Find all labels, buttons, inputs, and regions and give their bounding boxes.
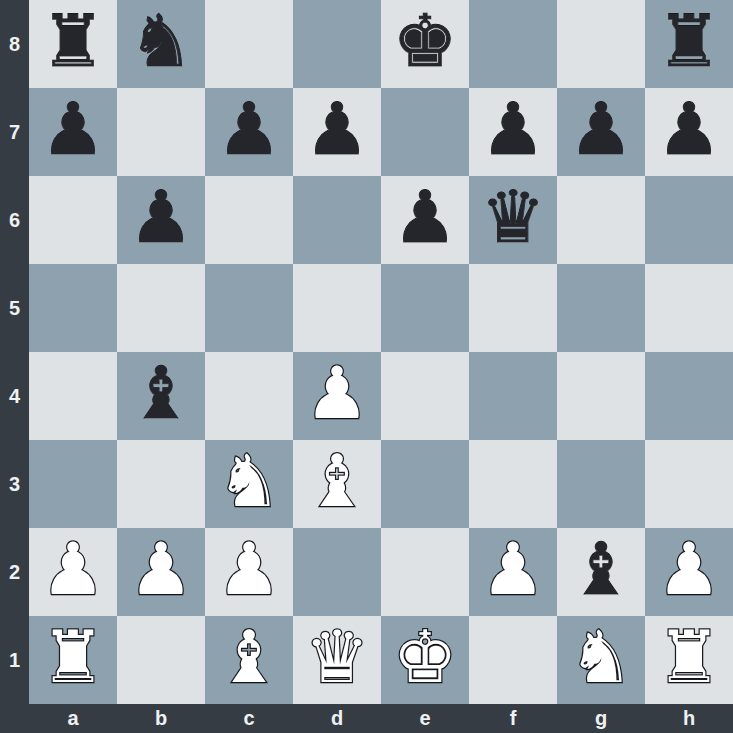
rank-label-7: 7: [0, 88, 29, 176]
piece-white-rook-h1[interactable]: ♜: [657, 621, 722, 693]
square-b1[interactable]: [117, 616, 205, 704]
square-e2[interactable]: [381, 528, 469, 616]
square-d6[interactable]: [293, 176, 381, 264]
piece-black-pawn-a7[interactable]: ♟: [41, 93, 106, 165]
piece-white-knight-c3[interactable]: ♞: [217, 445, 282, 517]
square-f7[interactable]: ♟: [469, 88, 557, 176]
piece-black-pawn-e6[interactable]: ♟: [393, 181, 458, 253]
piece-black-pawn-g7[interactable]: ♟: [569, 93, 634, 165]
piece-white-bishop-c1[interactable]: ♝: [217, 621, 282, 693]
piece-white-queen-d1[interactable]: ♛: [305, 621, 370, 693]
square-c6[interactable]: [205, 176, 293, 264]
square-f3[interactable]: [469, 440, 557, 528]
square-b4[interactable]: ♝: [117, 352, 205, 440]
file-labels: a b c d e f g h: [29, 704, 733, 733]
square-d1[interactable]: ♛: [293, 616, 381, 704]
piece-white-pawn-f2[interactable]: ♟: [481, 533, 546, 605]
square-e1[interactable]: ♚: [381, 616, 469, 704]
square-f1[interactable]: [469, 616, 557, 704]
rank-label-4: 4: [0, 352, 29, 440]
square-a3[interactable]: [29, 440, 117, 528]
file-label-d: d: [293, 704, 381, 733]
rank-labels: 8 7 6 5 4 3 2 1: [0, 0, 29, 704]
rank-label-8: 8: [0, 0, 29, 88]
square-a6[interactable]: [29, 176, 117, 264]
square-g7[interactable]: ♟: [557, 88, 645, 176]
piece-white-king-e1[interactable]: ♚: [393, 621, 458, 693]
file-label-a: a: [29, 704, 117, 733]
piece-white-pawn-b2[interactable]: ♟: [129, 533, 194, 605]
square-f5[interactable]: [469, 264, 557, 352]
square-c2[interactable]: ♟: [205, 528, 293, 616]
piece-white-pawn-c2[interactable]: ♟: [217, 533, 282, 605]
square-d4[interactable]: ♟: [293, 352, 381, 440]
square-d2[interactable]: [293, 528, 381, 616]
square-c3[interactable]: ♞: [205, 440, 293, 528]
board-corner: [0, 704, 29, 733]
square-h6[interactable]: [645, 176, 733, 264]
rank-label-1: 1: [0, 616, 29, 704]
piece-black-bishop-b4[interactable]: ♝: [129, 357, 194, 429]
square-e5[interactable]: [381, 264, 469, 352]
piece-white-pawn-h2[interactable]: ♟: [657, 533, 722, 605]
square-d5[interactable]: [293, 264, 381, 352]
square-c4[interactable]: [205, 352, 293, 440]
square-b2[interactable]: ♟: [117, 528, 205, 616]
square-b7[interactable]: [117, 88, 205, 176]
square-e8[interactable]: ♚: [381, 0, 469, 88]
square-b5[interactable]: [117, 264, 205, 352]
file-label-c: c: [205, 704, 293, 733]
piece-black-rook-a8[interactable]: ♜: [41, 5, 106, 77]
square-h4[interactable]: [645, 352, 733, 440]
square-c8[interactable]: [205, 0, 293, 88]
piece-white-bishop-d3[interactable]: ♝: [305, 445, 370, 517]
square-c1[interactable]: ♝: [205, 616, 293, 704]
piece-black-pawn-b6[interactable]: ♟: [129, 181, 194, 253]
piece-black-pawn-h7[interactable]: ♟: [657, 93, 722, 165]
square-e4[interactable]: [381, 352, 469, 440]
square-f6[interactable]: ♛: [469, 176, 557, 264]
square-h1[interactable]: ♜: [645, 616, 733, 704]
square-f8[interactable]: [469, 0, 557, 88]
piece-black-king-e8[interactable]: ♚: [393, 5, 458, 77]
chess-board: ♜♞♚♜♟♟♟♟♟♟♟♟♛♝♟♞♝♟♟♟♟♝♟♜♝♛♚♞♜: [29, 0, 733, 704]
square-h5[interactable]: [645, 264, 733, 352]
square-d8[interactable]: [293, 0, 381, 88]
piece-white-knight-g1[interactable]: ♞: [569, 621, 634, 693]
file-label-g: g: [557, 704, 645, 733]
square-g4[interactable]: [557, 352, 645, 440]
square-b8[interactable]: ♞: [117, 0, 205, 88]
square-f4[interactable]: [469, 352, 557, 440]
square-h3[interactable]: [645, 440, 733, 528]
rank-label-3: 3: [0, 440, 29, 528]
square-e3[interactable]: [381, 440, 469, 528]
piece-black-rook-h8[interactable]: ♜: [657, 5, 722, 77]
square-e6[interactable]: ♟: [381, 176, 469, 264]
square-g5[interactable]: [557, 264, 645, 352]
square-a8[interactable]: ♜: [29, 0, 117, 88]
square-g6[interactable]: [557, 176, 645, 264]
square-d3[interactable]: ♝: [293, 440, 381, 528]
piece-black-pawn-c7[interactable]: ♟: [217, 93, 282, 165]
square-a4[interactable]: [29, 352, 117, 440]
rank-label-6: 6: [0, 176, 29, 264]
file-label-b: b: [117, 704, 205, 733]
square-g2[interactable]: ♝: [557, 528, 645, 616]
square-c5[interactable]: [205, 264, 293, 352]
square-h7[interactable]: ♟: [645, 88, 733, 176]
square-f2[interactable]: ♟: [469, 528, 557, 616]
piece-black-bishop-g2[interactable]: ♝: [569, 533, 634, 605]
square-g8[interactable]: [557, 0, 645, 88]
square-a5[interactable]: [29, 264, 117, 352]
piece-black-queen-f6[interactable]: ♛: [481, 181, 546, 253]
square-c7[interactable]: ♟: [205, 88, 293, 176]
piece-white-pawn-a2[interactable]: ♟: [41, 533, 106, 605]
piece-white-pawn-d4[interactable]: ♟: [305, 357, 370, 429]
piece-black-knight-b8[interactable]: ♞: [129, 5, 194, 77]
rank-label-2: 2: [0, 528, 29, 616]
square-g1[interactable]: ♞: [557, 616, 645, 704]
piece-white-rook-a1[interactable]: ♜: [41, 621, 106, 693]
square-a2[interactable]: ♟: [29, 528, 117, 616]
rank-label-5: 5: [0, 264, 29, 352]
square-e7[interactable]: [381, 88, 469, 176]
square-a1[interactable]: ♜: [29, 616, 117, 704]
square-b6[interactable]: ♟: [117, 176, 205, 264]
file-label-f: f: [469, 704, 557, 733]
file-label-h: h: [645, 704, 733, 733]
piece-black-pawn-d7[interactable]: ♟: [305, 93, 370, 165]
chess-diagram: 8 7 6 5 4 3 2 1 ♜♞♚♜♟♟♟♟♟♟♟♟♛♝♟♞♝♟♟♟♟♝♟♜…: [0, 0, 733, 733]
piece-black-pawn-f7[interactable]: ♟: [481, 93, 546, 165]
square-b3[interactable]: [117, 440, 205, 528]
file-label-e: e: [381, 704, 469, 733]
square-h2[interactable]: ♟: [645, 528, 733, 616]
square-d7[interactable]: ♟: [293, 88, 381, 176]
square-h8[interactable]: ♜: [645, 0, 733, 88]
square-a7[interactable]: ♟: [29, 88, 117, 176]
square-g3[interactable]: [557, 440, 645, 528]
